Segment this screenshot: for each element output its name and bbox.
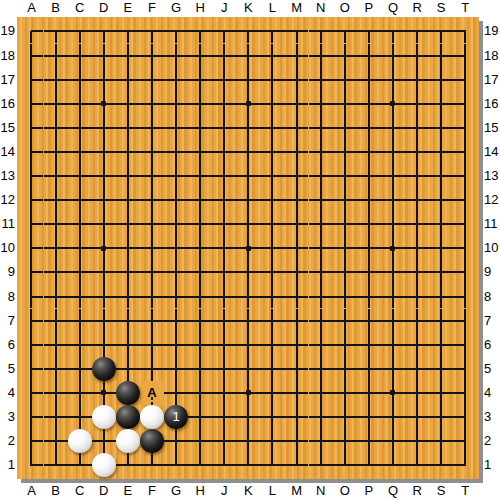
intersection-O18[interactable] <box>333 44 357 68</box>
intersection-Q2[interactable] <box>381 429 405 453</box>
intersection-D15[interactable] <box>92 116 116 140</box>
intersection-T13[interactable] <box>453 164 477 188</box>
intersection-L3[interactable] <box>260 405 284 429</box>
intersection-K1[interactable] <box>236 453 260 477</box>
intersection-J14[interactable] <box>212 140 236 164</box>
intersection-K9[interactable] <box>236 260 260 284</box>
intersection-K19[interactable] <box>236 19 260 43</box>
intersection-B12[interactable] <box>44 188 68 212</box>
intersection-K12[interactable] <box>236 188 260 212</box>
intersection-O13[interactable] <box>333 164 357 188</box>
intersection-P3[interactable] <box>357 405 381 429</box>
intersection-B2[interactable] <box>44 429 68 453</box>
intersection-O15[interactable] <box>333 116 357 140</box>
intersection-P4[interactable] <box>357 381 381 405</box>
intersection-G4[interactable] <box>164 381 188 405</box>
intersection-D8[interactable] <box>92 284 116 308</box>
intersection-M13[interactable] <box>284 164 308 188</box>
intersection-M16[interactable] <box>284 92 308 116</box>
intersection-T10[interactable] <box>453 236 477 260</box>
intersection-F10[interactable] <box>140 236 164 260</box>
intersection-T11[interactable] <box>453 212 477 236</box>
intersection-N3[interactable] <box>309 405 333 429</box>
intersection-Q18[interactable] <box>381 44 405 68</box>
intersection-J16[interactable] <box>212 92 236 116</box>
intersection-A17[interactable] <box>19 68 43 92</box>
intersection-J19[interactable] <box>212 19 236 43</box>
intersection-B1[interactable] <box>44 453 68 477</box>
intersection-N2[interactable] <box>309 429 333 453</box>
intersection-D18[interactable] <box>92 44 116 68</box>
intersection-M12[interactable] <box>284 188 308 212</box>
intersection-M3[interactable] <box>284 405 308 429</box>
intersection-G12[interactable] <box>164 188 188 212</box>
intersection-M4[interactable] <box>284 381 308 405</box>
intersection-D6[interactable] <box>92 333 116 357</box>
intersection-M9[interactable] <box>284 260 308 284</box>
intersection-J6[interactable] <box>212 333 236 357</box>
intersection-Q6[interactable] <box>381 333 405 357</box>
intersection-H1[interactable] <box>188 453 212 477</box>
intersection-H2[interactable] <box>188 429 212 453</box>
intersection-J1[interactable] <box>212 453 236 477</box>
intersection-H6[interactable] <box>188 333 212 357</box>
intersection-B14[interactable] <box>44 140 68 164</box>
intersection-O6[interactable] <box>333 333 357 357</box>
intersection-P15[interactable] <box>357 116 381 140</box>
intersection-N14[interactable] <box>309 140 333 164</box>
intersection-C1[interactable] <box>68 453 92 477</box>
intersection-J13[interactable] <box>212 164 236 188</box>
intersection-N9[interactable] <box>309 260 333 284</box>
intersection-L2[interactable] <box>260 429 284 453</box>
intersection-M18[interactable] <box>284 44 308 68</box>
intersection-L1[interactable] <box>260 453 284 477</box>
intersection-N12[interactable] <box>309 188 333 212</box>
intersection-N16[interactable] <box>309 92 333 116</box>
intersection-H15[interactable] <box>188 116 212 140</box>
stone-black-G3[interactable]: 1 <box>164 405 188 429</box>
intersection-F17[interactable] <box>140 68 164 92</box>
intersection-A6[interactable] <box>19 333 43 357</box>
intersection-H9[interactable] <box>188 260 212 284</box>
intersection-H18[interactable] <box>188 44 212 68</box>
intersection-P5[interactable] <box>357 357 381 381</box>
intersection-J2[interactable] <box>212 429 236 453</box>
intersection-L16[interactable] <box>260 92 284 116</box>
intersection-S15[interactable] <box>429 116 453 140</box>
intersection-O2[interactable] <box>333 429 357 453</box>
intersection-Q3[interactable] <box>381 405 405 429</box>
intersection-T6[interactable] <box>453 333 477 357</box>
intersection-H17[interactable] <box>188 68 212 92</box>
intersection-J3[interactable] <box>212 405 236 429</box>
intersection-N1[interactable] <box>309 453 333 477</box>
intersection-P17[interactable] <box>357 68 381 92</box>
intersection-C16[interactable] <box>68 92 92 116</box>
intersection-J18[interactable] <box>212 44 236 68</box>
intersection-F7[interactable] <box>140 309 164 333</box>
intersection-G10[interactable] <box>164 236 188 260</box>
intersection-A18[interactable] <box>19 44 43 68</box>
intersection-C6[interactable] <box>68 333 92 357</box>
intersection-C7[interactable] <box>68 309 92 333</box>
intersection-C10[interactable] <box>68 236 92 260</box>
intersection-P8[interactable] <box>357 284 381 308</box>
intersection-C11[interactable] <box>68 212 92 236</box>
intersection-T15[interactable] <box>453 116 477 140</box>
intersection-S2[interactable] <box>429 429 453 453</box>
point-label-A[interactable]: A <box>140 381 164 405</box>
intersection-R13[interactable] <box>405 164 429 188</box>
intersection-Q5[interactable] <box>381 357 405 381</box>
intersection-Q8[interactable] <box>381 284 405 308</box>
intersection-F1[interactable] <box>140 453 164 477</box>
intersection-G1[interactable] <box>164 453 188 477</box>
intersection-Q9[interactable] <box>381 260 405 284</box>
intersection-C17[interactable] <box>68 68 92 92</box>
intersection-B13[interactable] <box>44 164 68 188</box>
intersection-H7[interactable] <box>188 309 212 333</box>
intersection-S7[interactable] <box>429 309 453 333</box>
intersection-S10[interactable] <box>429 236 453 260</box>
intersection-C12[interactable] <box>68 188 92 212</box>
intersection-K7[interactable] <box>236 309 260 333</box>
intersection-H4[interactable] <box>188 381 212 405</box>
intersection-F6[interactable] <box>140 333 164 357</box>
stone-white-C2[interactable] <box>68 429 92 453</box>
intersection-S5[interactable] <box>429 357 453 381</box>
intersection-T14[interactable] <box>453 140 477 164</box>
intersection-M8[interactable] <box>284 284 308 308</box>
intersection-E15[interactable] <box>116 116 140 140</box>
intersection-O9[interactable] <box>333 260 357 284</box>
intersection-C5[interactable] <box>68 357 92 381</box>
intersection-J5[interactable] <box>212 357 236 381</box>
intersection-B5[interactable] <box>44 357 68 381</box>
intersection-E7[interactable] <box>116 309 140 333</box>
intersection-C3[interactable] <box>68 405 92 429</box>
intersection-C19[interactable] <box>68 19 92 43</box>
intersection-A4[interactable] <box>19 381 43 405</box>
intersection-G14[interactable] <box>164 140 188 164</box>
intersection-T19[interactable] <box>453 19 477 43</box>
intersection-H5[interactable] <box>188 357 212 381</box>
intersection-C4[interactable] <box>68 381 92 405</box>
intersection-K8[interactable] <box>236 284 260 308</box>
intersection-F19[interactable] <box>140 19 164 43</box>
stone-black-F2[interactable] <box>140 429 164 453</box>
intersection-T8[interactable] <box>453 284 477 308</box>
intersection-O8[interactable] <box>333 284 357 308</box>
intersection-M5[interactable] <box>284 357 308 381</box>
intersection-D19[interactable] <box>92 19 116 43</box>
intersection-T7[interactable] <box>453 309 477 333</box>
intersection-L17[interactable] <box>260 68 284 92</box>
intersection-T2[interactable] <box>453 429 477 453</box>
intersection-R7[interactable] <box>405 309 429 333</box>
intersection-F16[interactable] <box>140 92 164 116</box>
intersection-L11[interactable] <box>260 212 284 236</box>
intersection-K11[interactable] <box>236 212 260 236</box>
intersection-J10[interactable] <box>212 236 236 260</box>
intersection-O12[interactable] <box>333 188 357 212</box>
intersection-S4[interactable] <box>429 381 453 405</box>
intersection-D7[interactable] <box>92 309 116 333</box>
intersection-B10[interactable] <box>44 236 68 260</box>
intersection-H3[interactable] <box>188 405 212 429</box>
intersection-B7[interactable] <box>44 309 68 333</box>
intersection-D9[interactable] <box>92 260 116 284</box>
intersection-C18[interactable] <box>68 44 92 68</box>
intersection-K13[interactable] <box>236 164 260 188</box>
intersection-F9[interactable] <box>140 260 164 284</box>
intersection-B16[interactable] <box>44 92 68 116</box>
intersection-R11[interactable] <box>405 212 429 236</box>
intersection-G2[interactable] <box>164 429 188 453</box>
stone-white-E2[interactable] <box>116 429 140 453</box>
intersection-D14[interactable] <box>92 140 116 164</box>
intersection-G11[interactable] <box>164 212 188 236</box>
intersection-S14[interactable] <box>429 140 453 164</box>
intersection-A9[interactable] <box>19 260 43 284</box>
intersection-B15[interactable] <box>44 116 68 140</box>
intersection-L14[interactable] <box>260 140 284 164</box>
intersection-E16[interactable] <box>116 92 140 116</box>
intersection-P16[interactable] <box>357 92 381 116</box>
intersection-G15[interactable] <box>164 116 188 140</box>
intersection-A5[interactable] <box>19 357 43 381</box>
intersection-P11[interactable] <box>357 212 381 236</box>
intersection-N17[interactable] <box>309 68 333 92</box>
intersection-A13[interactable] <box>19 164 43 188</box>
stone-white-F3[interactable] <box>140 405 164 429</box>
intersection-L8[interactable] <box>260 284 284 308</box>
intersection-T18[interactable] <box>453 44 477 68</box>
intersection-B17[interactable] <box>44 68 68 92</box>
intersection-S12[interactable] <box>429 188 453 212</box>
intersection-C8[interactable] <box>68 284 92 308</box>
intersection-N15[interactable] <box>309 116 333 140</box>
intersection-R19[interactable] <box>405 19 429 43</box>
intersection-E8[interactable] <box>116 284 140 308</box>
intersection-A2[interactable] <box>19 429 43 453</box>
intersection-E1[interactable] <box>116 453 140 477</box>
intersection-P19[interactable] <box>357 19 381 43</box>
intersection-P7[interactable] <box>357 309 381 333</box>
intersection-O7[interactable] <box>333 309 357 333</box>
intersection-B4[interactable] <box>44 381 68 405</box>
intersection-M15[interactable] <box>284 116 308 140</box>
intersection-C9[interactable] <box>68 260 92 284</box>
intersection-E13[interactable] <box>116 164 140 188</box>
intersection-M11[interactable] <box>284 212 308 236</box>
stone-black-E4[interactable] <box>116 381 140 405</box>
intersection-E14[interactable] <box>116 140 140 164</box>
intersection-G16[interactable] <box>164 92 188 116</box>
intersection-C14[interactable] <box>68 140 92 164</box>
intersection-S3[interactable] <box>429 405 453 429</box>
intersection-T16[interactable] <box>453 92 477 116</box>
intersection-R10[interactable] <box>405 236 429 260</box>
intersection-E6[interactable] <box>116 333 140 357</box>
intersection-E11[interactable] <box>116 212 140 236</box>
intersection-N8[interactable] <box>309 284 333 308</box>
intersection-D17[interactable] <box>92 68 116 92</box>
intersection-O5[interactable] <box>333 357 357 381</box>
intersection-A10[interactable] <box>19 236 43 260</box>
intersection-M6[interactable] <box>284 333 308 357</box>
intersection-J12[interactable] <box>212 188 236 212</box>
intersection-H8[interactable] <box>188 284 212 308</box>
intersection-G7[interactable] <box>164 309 188 333</box>
intersection-S9[interactable] <box>429 260 453 284</box>
intersection-N4[interactable] <box>309 381 333 405</box>
intersection-P18[interactable] <box>357 44 381 68</box>
intersection-A16[interactable] <box>19 92 43 116</box>
intersection-A12[interactable] <box>19 188 43 212</box>
intersection-L7[interactable] <box>260 309 284 333</box>
intersection-T5[interactable] <box>453 357 477 381</box>
intersection-S18[interactable] <box>429 44 453 68</box>
intersection-F8[interactable] <box>140 284 164 308</box>
intersection-A3[interactable] <box>19 405 43 429</box>
intersection-S16[interactable] <box>429 92 453 116</box>
intersection-L6[interactable] <box>260 333 284 357</box>
intersection-Q12[interactable] <box>381 188 405 212</box>
intersection-T12[interactable] <box>453 188 477 212</box>
intersection-L12[interactable] <box>260 188 284 212</box>
intersection-F12[interactable] <box>140 188 164 212</box>
intersection-O14[interactable] <box>333 140 357 164</box>
intersection-J4[interactable] <box>212 381 236 405</box>
intersection-J15[interactable] <box>212 116 236 140</box>
intersection-L18[interactable] <box>260 44 284 68</box>
intersection-T3[interactable] <box>453 405 477 429</box>
intersection-K18[interactable] <box>236 44 260 68</box>
intersection-H19[interactable] <box>188 19 212 43</box>
intersection-P10[interactable] <box>357 236 381 260</box>
intersection-S19[interactable] <box>429 19 453 43</box>
intersection-H16[interactable] <box>188 92 212 116</box>
intersection-B3[interactable] <box>44 405 68 429</box>
intersection-L4[interactable] <box>260 381 284 405</box>
intersection-L19[interactable] <box>260 19 284 43</box>
intersection-H11[interactable] <box>188 212 212 236</box>
intersection-Q14[interactable] <box>381 140 405 164</box>
intersection-F18[interactable] <box>140 44 164 68</box>
intersection-H10[interactable] <box>188 236 212 260</box>
intersection-K2[interactable] <box>236 429 260 453</box>
intersection-G8[interactable] <box>164 284 188 308</box>
intersection-H14[interactable] <box>188 140 212 164</box>
intersection-P1[interactable] <box>357 453 381 477</box>
intersection-P6[interactable] <box>357 333 381 357</box>
intersection-R9[interactable] <box>405 260 429 284</box>
intersection-A19[interactable] <box>19 19 43 43</box>
intersection-O10[interactable] <box>333 236 357 260</box>
stone-black-D5[interactable] <box>92 357 116 381</box>
intersection-N5[interactable] <box>309 357 333 381</box>
intersection-G13[interactable] <box>164 164 188 188</box>
intersection-S1[interactable] <box>429 453 453 477</box>
intersection-O1[interactable] <box>333 453 357 477</box>
intersection-H12[interactable] <box>188 188 212 212</box>
intersection-B19[interactable] <box>44 19 68 43</box>
intersection-G18[interactable] <box>164 44 188 68</box>
intersection-E12[interactable] <box>116 188 140 212</box>
intersection-F5[interactable] <box>140 357 164 381</box>
intersection-M1[interactable] <box>284 453 308 477</box>
intersection-K5[interactable] <box>236 357 260 381</box>
intersection-B8[interactable] <box>44 284 68 308</box>
intersection-P13[interactable] <box>357 164 381 188</box>
intersection-Q11[interactable] <box>381 212 405 236</box>
intersection-H13[interactable] <box>188 164 212 188</box>
intersection-D13[interactable] <box>92 164 116 188</box>
intersection-B11[interactable] <box>44 212 68 236</box>
intersection-E19[interactable] <box>116 19 140 43</box>
intersection-R4[interactable] <box>405 381 429 405</box>
intersection-Q7[interactable] <box>381 309 405 333</box>
intersection-R6[interactable] <box>405 333 429 357</box>
intersection-M7[interactable] <box>284 309 308 333</box>
intersection-S13[interactable] <box>429 164 453 188</box>
intersection-J11[interactable] <box>212 212 236 236</box>
intersection-J8[interactable] <box>212 284 236 308</box>
intersection-O16[interactable] <box>333 92 357 116</box>
intersection-A1[interactable] <box>19 453 43 477</box>
intersection-P9[interactable] <box>357 260 381 284</box>
intersection-K17[interactable] <box>236 68 260 92</box>
intersection-E10[interactable] <box>116 236 140 260</box>
intersection-Q17[interactable] <box>381 68 405 92</box>
intersection-R17[interactable] <box>405 68 429 92</box>
intersection-E17[interactable] <box>116 68 140 92</box>
intersection-N19[interactable] <box>309 19 333 43</box>
intersection-T4[interactable] <box>453 381 477 405</box>
intersection-R16[interactable] <box>405 92 429 116</box>
stone-white-D1[interactable] <box>92 453 116 477</box>
intersection-A15[interactable] <box>19 116 43 140</box>
intersection-R1[interactable] <box>405 453 429 477</box>
intersection-R8[interactable] <box>405 284 429 308</box>
intersection-B9[interactable] <box>44 260 68 284</box>
intersection-F14[interactable] <box>140 140 164 164</box>
intersection-G6[interactable] <box>164 333 188 357</box>
intersection-S6[interactable] <box>429 333 453 357</box>
intersection-N10[interactable] <box>309 236 333 260</box>
intersection-J7[interactable] <box>212 309 236 333</box>
intersection-A11[interactable] <box>19 212 43 236</box>
intersection-L10[interactable] <box>260 236 284 260</box>
intersection-S11[interactable] <box>429 212 453 236</box>
intersection-P2[interactable] <box>357 429 381 453</box>
intersection-A14[interactable] <box>19 140 43 164</box>
intersection-R12[interactable] <box>405 188 429 212</box>
intersection-M19[interactable] <box>284 19 308 43</box>
intersection-T1[interactable] <box>453 453 477 477</box>
intersection-S17[interactable] <box>429 68 453 92</box>
intersection-E5[interactable] <box>116 357 140 381</box>
intersection-M17[interactable] <box>284 68 308 92</box>
intersection-T17[interactable] <box>453 68 477 92</box>
intersection-D11[interactable] <box>92 212 116 236</box>
intersection-R2[interactable] <box>405 429 429 453</box>
intersection-D2[interactable] <box>92 429 116 453</box>
intersection-K15[interactable] <box>236 116 260 140</box>
intersection-A7[interactable] <box>19 309 43 333</box>
